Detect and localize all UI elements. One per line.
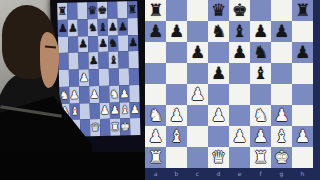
board-square: ♟ xyxy=(166,21,187,42)
board-square: ♟ xyxy=(100,102,110,119)
board-square xyxy=(166,84,187,105)
board-square: ♝ xyxy=(98,19,108,36)
board-square: ♝ xyxy=(108,52,118,69)
board-square xyxy=(271,42,292,63)
board-square xyxy=(145,84,166,105)
board-square: ♚ xyxy=(229,0,250,21)
black-pawn-piece: ♟ xyxy=(295,44,310,61)
board-square xyxy=(271,63,292,84)
board-square xyxy=(100,119,110,136)
black-pawn-piece: ♟ xyxy=(68,22,78,33)
board-square: ♟ xyxy=(58,20,68,37)
board-square: ♝ xyxy=(229,21,250,42)
file-labels: abcdefgh xyxy=(145,168,313,180)
board-square xyxy=(292,21,313,42)
file-label: h xyxy=(292,168,313,180)
board-square xyxy=(58,36,68,53)
black-king-piece: ♚ xyxy=(232,2,247,19)
file-label: a xyxy=(145,168,166,180)
white-pawn-piece: ♟ xyxy=(79,72,89,83)
board-square xyxy=(208,126,229,147)
board-square xyxy=(187,21,208,42)
black-pawn-piece: ♟ xyxy=(211,65,226,82)
board-square xyxy=(80,103,90,120)
board-square xyxy=(68,53,78,70)
board-square: ♟ xyxy=(128,35,138,52)
white-pawn-piece: ♟ xyxy=(295,128,310,145)
board-square: ♟ xyxy=(187,42,208,63)
board-square xyxy=(229,84,250,105)
board-square: ♟ xyxy=(187,84,208,105)
board-square xyxy=(292,84,313,105)
board-square xyxy=(79,86,89,103)
white-rook-piece: ♜ xyxy=(148,149,163,166)
board-square xyxy=(59,70,69,87)
black-rook-piece: ♜ xyxy=(127,4,137,15)
board-square: ♝ xyxy=(166,126,187,147)
board-square: ♟ xyxy=(108,18,118,35)
board-square xyxy=(187,126,208,147)
white-pawn-piece: ♟ xyxy=(169,107,184,124)
black-bishop-piece: ♝ xyxy=(253,65,268,82)
board-square xyxy=(130,118,140,135)
black-knight-piece: ♞ xyxy=(108,38,118,49)
board-square xyxy=(118,52,128,69)
black-pawn-piece: ♟ xyxy=(58,22,68,33)
board-square: ♜ xyxy=(145,147,166,168)
black-bishop-piece: ♝ xyxy=(109,55,119,66)
board-square: ♛ xyxy=(90,119,100,136)
board-square: ♜ xyxy=(145,0,166,21)
file-label: b xyxy=(166,168,187,180)
white-knight-piece: ♞ xyxy=(109,88,119,99)
board-square xyxy=(58,53,68,70)
board-square: ♟ xyxy=(271,21,292,42)
white-pawn-piece: ♟ xyxy=(190,86,205,103)
board-square: ♜ xyxy=(292,0,313,21)
board-square xyxy=(89,69,99,86)
board-square xyxy=(67,3,77,20)
board-square: ♟ xyxy=(88,52,98,69)
board-square: ♛ xyxy=(208,0,229,21)
board-square xyxy=(119,68,129,85)
black-knight-piece: ♞ xyxy=(211,23,226,40)
board-square xyxy=(99,86,109,103)
board-square xyxy=(250,0,271,21)
board-square: ♟ xyxy=(68,19,78,36)
file-label: c xyxy=(187,168,208,180)
black-pawn-piece: ♟ xyxy=(128,37,138,48)
board-square xyxy=(187,63,208,84)
white-bishop-piece: ♝ xyxy=(274,128,289,145)
black-bishop-piece: ♝ xyxy=(98,21,108,32)
board-square: ♟ xyxy=(118,18,128,35)
board-square xyxy=(229,147,250,168)
board-square: ♝ xyxy=(70,103,80,120)
board-square: ♞ xyxy=(109,85,119,102)
board-square xyxy=(90,102,100,119)
board-square xyxy=(208,42,229,63)
white-pawn-piece: ♟ xyxy=(69,89,79,100)
board-square: ♟ xyxy=(98,35,108,52)
board-square: ♝ xyxy=(250,63,271,84)
board-square xyxy=(292,105,313,126)
demo-chess-board: ♜♛♚♜♟♟♞♝♟♟♟♟♞♟♟♝♟♞♟♟♞♟♟♝♟♟♝♟♜♛♜♚ xyxy=(145,0,313,168)
video-frame: ♜♛♚♜♟♟♞♝♟♟♟♟♞♟♟♝♟♞♟♟♞♟♟♝♟♟♝♟♜♛♜♚ ♜♛♚♜♟♟♞… xyxy=(0,0,320,180)
board-square xyxy=(271,0,292,21)
black-pawn-piece: ♟ xyxy=(253,23,268,40)
board-square xyxy=(69,69,79,86)
board-square xyxy=(77,2,87,19)
board-square: ♟ xyxy=(208,63,229,84)
board-square: ♟ xyxy=(250,21,271,42)
board-square: ♜ xyxy=(110,119,120,136)
board-square: ♝ xyxy=(271,126,292,147)
board-square: ♟ xyxy=(145,126,166,147)
board-square xyxy=(250,84,271,105)
white-pawn-piece: ♟ xyxy=(211,107,226,124)
board-square: ♟ xyxy=(69,86,79,103)
board-square: ♟ xyxy=(292,126,313,147)
board-square: ♞ xyxy=(88,19,98,36)
file-label: d xyxy=(208,168,229,180)
black-pawn-piece: ♟ xyxy=(108,21,118,32)
board-square xyxy=(98,52,108,69)
board-square xyxy=(271,84,292,105)
black-queen-piece: ♛ xyxy=(87,5,97,16)
board-square: ♟ xyxy=(130,102,140,119)
board-square: ♛ xyxy=(87,2,97,19)
board-square xyxy=(129,85,139,102)
board-square xyxy=(229,105,250,126)
board-square: ♞ xyxy=(250,105,271,126)
board-square xyxy=(292,147,313,168)
black-rook-piece: ♜ xyxy=(148,2,163,19)
black-pawn-piece: ♟ xyxy=(232,44,247,61)
board-square xyxy=(166,0,187,21)
board-square: ♝ xyxy=(120,102,130,119)
white-rook-piece: ♜ xyxy=(110,122,120,133)
board-square: ♟ xyxy=(229,42,250,63)
black-rook-piece: ♜ xyxy=(295,2,310,19)
white-queen-piece: ♛ xyxy=(90,122,100,133)
board-square: ♟ xyxy=(271,105,292,126)
board-square: ♛ xyxy=(208,147,229,168)
board-square: ♟ xyxy=(89,86,99,103)
white-pawn-piece: ♟ xyxy=(119,88,129,99)
demo-board-panel: ♜♛♚♜♟♟♞♝♟♟♟♟♞♟♟♝♟♞♟♟♞♟♟♝♟♟♝♟♜♛♜♚ abcdefg… xyxy=(145,0,320,180)
board-square: ♜ xyxy=(57,3,67,20)
white-pawn-piece: ♟ xyxy=(232,128,247,145)
board-square xyxy=(128,18,138,35)
black-bishop-piece: ♝ xyxy=(232,23,247,40)
white-king-piece: ♚ xyxy=(274,149,289,166)
black-pawn-piece: ♟ xyxy=(190,44,205,61)
board-square xyxy=(166,42,187,63)
board-square: ♟ xyxy=(119,85,129,102)
board-square xyxy=(208,84,229,105)
board-square: ♚ xyxy=(120,119,130,136)
white-bishop-piece: ♝ xyxy=(120,105,130,116)
board-square xyxy=(229,63,250,84)
black-queen-piece: ♛ xyxy=(211,2,226,19)
board-square: ♚ xyxy=(97,2,107,19)
black-knight-piece: ♞ xyxy=(253,44,268,61)
board-square: ♟ xyxy=(79,69,89,86)
white-pawn-piece: ♟ xyxy=(274,107,289,124)
black-king-piece: ♚ xyxy=(97,5,107,16)
board-square xyxy=(118,35,128,52)
white-pawn-piece: ♟ xyxy=(110,105,120,116)
board-square xyxy=(187,0,208,21)
board-square xyxy=(129,68,139,85)
white-rook-piece: ♜ xyxy=(253,149,268,166)
board-square xyxy=(78,53,88,70)
black-pawn-piece: ♟ xyxy=(148,23,163,40)
board-square xyxy=(117,1,127,18)
white-knight-piece: ♞ xyxy=(148,107,163,124)
black-rook-piece: ♜ xyxy=(57,6,67,17)
black-pawn-piece: ♟ xyxy=(98,38,108,49)
black-knight-piece: ♞ xyxy=(88,22,98,33)
board-square xyxy=(68,36,78,53)
white-bishop-piece: ♝ xyxy=(169,128,184,145)
white-pawn-piece: ♟ xyxy=(100,105,110,116)
board-square xyxy=(166,63,187,84)
black-pawn-piece: ♟ xyxy=(118,21,128,32)
board-square: ♟ xyxy=(78,36,88,53)
board-square: ♟ xyxy=(208,105,229,126)
board-square xyxy=(166,147,187,168)
board-square: ♚ xyxy=(271,147,292,168)
board-square: ♞ xyxy=(108,35,118,52)
white-queen-piece: ♛ xyxy=(211,149,226,166)
file-label: e xyxy=(229,168,250,180)
file-label: g xyxy=(271,168,292,180)
white-pawn-piece: ♟ xyxy=(148,128,163,145)
desk-foreground xyxy=(0,152,146,180)
black-pawn-piece: ♟ xyxy=(78,39,88,50)
board-square xyxy=(78,19,88,36)
white-pawn-piece: ♟ xyxy=(130,104,140,115)
board-square xyxy=(145,63,166,84)
board-square xyxy=(99,69,109,86)
board-square: ♟ xyxy=(110,102,120,119)
board-square: ♞ xyxy=(145,105,166,126)
board-square: ♞ xyxy=(208,21,229,42)
white-bishop-piece: ♝ xyxy=(70,106,80,117)
white-king-piece: ♚ xyxy=(120,121,130,132)
board-square xyxy=(107,2,117,19)
board-square: ♟ xyxy=(292,42,313,63)
black-pawn-piece: ♟ xyxy=(169,23,184,40)
board-square: ♜ xyxy=(127,1,137,18)
board-square: ♟ xyxy=(145,21,166,42)
board-square xyxy=(187,105,208,126)
board-square xyxy=(128,51,138,68)
white-knight-piece: ♞ xyxy=(253,107,268,124)
board-square: ♟ xyxy=(166,105,187,126)
board-square: ♞ xyxy=(250,42,271,63)
board-square: ♟ xyxy=(250,126,271,147)
white-pawn-piece: ♟ xyxy=(253,128,268,145)
board-square: ♜ xyxy=(250,147,271,168)
board-square xyxy=(292,63,313,84)
board-square xyxy=(187,147,208,168)
board-square xyxy=(109,69,119,86)
board-square xyxy=(88,36,98,53)
black-pawn-piece: ♟ xyxy=(89,55,99,66)
file-label: f xyxy=(250,168,271,180)
board-square: ♟ xyxy=(229,126,250,147)
white-pawn-piece: ♟ xyxy=(89,89,99,100)
black-pawn-piece: ♟ xyxy=(274,23,289,40)
board-square xyxy=(145,42,166,63)
